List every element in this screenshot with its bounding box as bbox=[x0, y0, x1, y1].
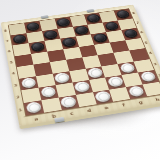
white-piece[interactable] bbox=[54, 72, 70, 84]
white-piece[interactable] bbox=[94, 90, 111, 102]
white-piece[interactable] bbox=[107, 76, 124, 88]
white-piece[interactable] bbox=[128, 85, 145, 97]
black-piece[interactable] bbox=[56, 18, 71, 28]
white-piece[interactable] bbox=[119, 62, 136, 73]
black-piece[interactable] bbox=[30, 42, 45, 52]
black-piece[interactable] bbox=[123, 29, 139, 39]
white-piece[interactable] bbox=[60, 96, 77, 109]
photo-background: abcdefgh 87654321 87654321 bbox=[0, 0, 160, 160]
white-piece[interactable] bbox=[87, 67, 103, 78]
coordinate-label: f bbox=[114, 100, 133, 109]
white-piece[interactable] bbox=[40, 86, 56, 98]
black-piece[interactable] bbox=[62, 37, 77, 47]
black-piece[interactable] bbox=[74, 25, 89, 35]
black-piece[interactable] bbox=[26, 22, 40, 32]
black-piece[interactable] bbox=[43, 30, 58, 40]
coordinate-label: d bbox=[79, 106, 98, 115]
white-piece[interactable] bbox=[74, 81, 91, 93]
hinge-icon bbox=[41, 15, 49, 19]
coordinate-label: c bbox=[62, 108, 81, 117]
black-piece[interactable] bbox=[12, 34, 27, 44]
black-piece[interactable] bbox=[92, 33, 108, 43]
coordinate-label: h bbox=[148, 95, 160, 104]
coordinate-label: e bbox=[97, 103, 116, 112]
black-piece[interactable] bbox=[86, 14, 101, 23]
coordinate-label: g bbox=[131, 98, 150, 107]
hinge-icon bbox=[86, 9, 94, 12]
coordinate-label: a bbox=[27, 114, 46, 123]
white-piece[interactable] bbox=[21, 77, 37, 89]
black-piece[interactable] bbox=[115, 10, 130, 19]
white-piece[interactable] bbox=[25, 101, 42, 114]
black-piece[interactable] bbox=[104, 21, 119, 31]
